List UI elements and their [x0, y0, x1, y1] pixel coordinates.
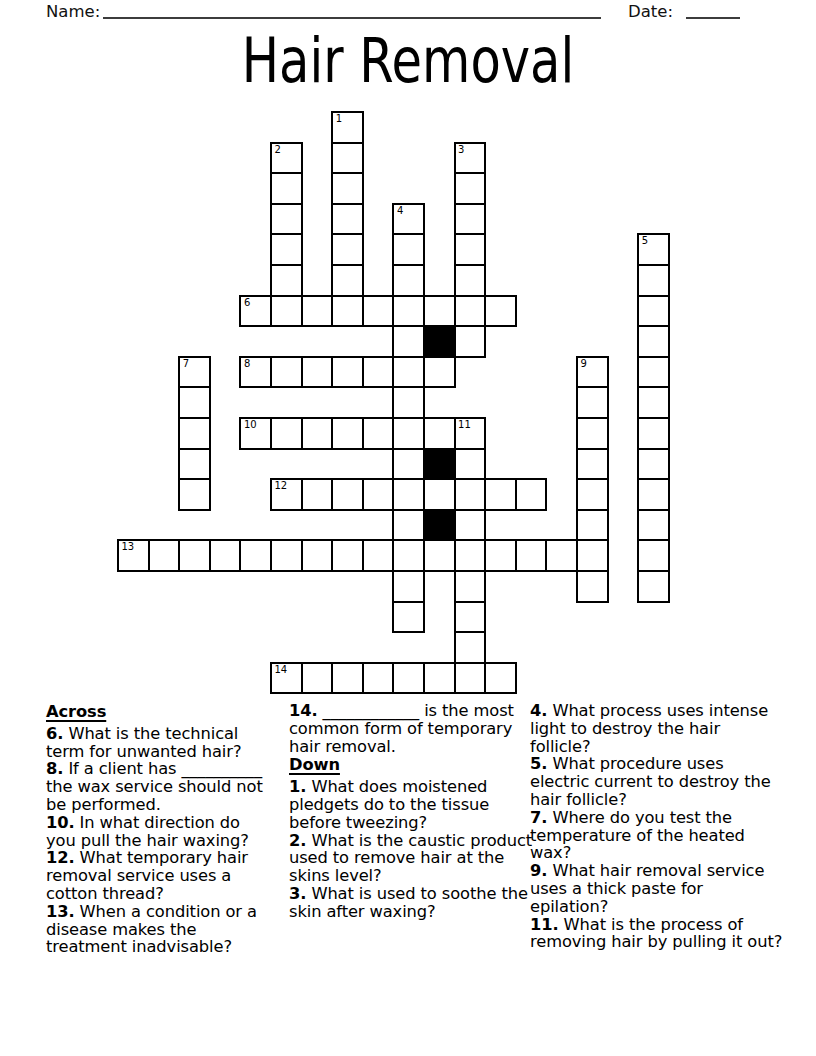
clue-14: 14. ____________ is the most common form…: [289, 702, 543, 755]
grid-cell[interactable]: [637, 478, 670, 511]
clue-number-label: 7.: [530, 808, 547, 827]
grid-cell[interactable]: [301, 478, 334, 511]
grid-cell[interactable]: 9: [576, 356, 609, 389]
grid-cell[interactable]: [362, 295, 395, 328]
grid-cell[interactable]: [331, 264, 364, 297]
grid-cell[interactable]: [484, 539, 517, 572]
grid-cell[interactable]: [270, 539, 303, 572]
grid-cell[interactable]: 13: [117, 539, 150, 572]
grid-cell[interactable]: 3: [454, 142, 487, 175]
grid-cell[interactable]: [270, 203, 303, 236]
grid-cell[interactable]: [576, 448, 609, 481]
grid-cell[interactable]: 11: [454, 417, 487, 450]
grid-cell[interactable]: [637, 539, 670, 572]
grid-cell[interactable]: [178, 448, 211, 481]
cell-number: 9: [581, 359, 587, 369]
clue-number-label: 3.: [289, 884, 306, 903]
grid-cell[interactable]: [454, 264, 487, 297]
cell-number: 8: [244, 359, 250, 369]
grid-cell[interactable]: [331, 142, 364, 175]
grid-cell[interactable]: [484, 662, 517, 695]
grid-cell[interactable]: [576, 509, 609, 542]
cell-number: 3: [458, 145, 464, 155]
clue-text: When a condition or a disease makes the …: [46, 902, 257, 957]
clue-number-label: 12.: [46, 848, 75, 867]
grid-cell[interactable]: [454, 539, 487, 572]
grid-cell[interactable]: [331, 295, 364, 328]
grid-cell[interactable]: 7: [178, 356, 211, 389]
grid-cell[interactable]: [392, 295, 425, 328]
grid-cell[interactable]: [423, 539, 456, 572]
clue-number-label: 11.: [530, 915, 559, 934]
cell-number: 1: [336, 114, 342, 124]
clue-text: If a client has __________ the wax servi…: [46, 759, 263, 814]
cell-number: 14: [275, 665, 288, 675]
grid-cell[interactable]: [637, 386, 670, 419]
grid-cell[interactable]: [392, 233, 425, 266]
grid-cell[interactable]: [331, 172, 364, 205]
grid-cell[interactable]: [178, 386, 211, 419]
grid-cell[interactable]: [454, 448, 487, 481]
grid-cell[interactable]: [392, 478, 425, 511]
grid-cell[interactable]: [423, 478, 456, 511]
clue-text: What is the caustic product used to remo…: [289, 831, 532, 886]
name-fill-line[interactable]: [103, 17, 601, 19]
grid-cell[interactable]: [362, 417, 395, 450]
clue-number-label: 9.: [530, 861, 547, 880]
date-label: Date:: [628, 2, 673, 21]
clue-number-label: 6.: [46, 724, 63, 743]
grid-cell[interactable]: [331, 417, 364, 450]
grid-cell[interactable]: [392, 325, 425, 358]
cell-number: 10: [244, 420, 257, 430]
clue-column-1: Across6. What is the technical term for …: [46, 702, 272, 956]
grid-cell[interactable]: [362, 478, 395, 511]
down-header: Down: [289, 756, 543, 774]
clue-number-label: 8.: [46, 759, 63, 778]
clue-3: 3. What is used to soothe the skin after…: [289, 885, 543, 921]
grid-cell[interactable]: [331, 356, 364, 389]
clue-8: 8. If a client has __________ the wax se…: [46, 760, 272, 813]
grid-cell[interactable]: [362, 662, 395, 695]
grid-cell[interactable]: [331, 539, 364, 572]
clue-12: 12. What temporary hair removal service …: [46, 849, 272, 902]
grid-cell[interactable]: [331, 203, 364, 236]
grid-cell[interactable]: [576, 570, 609, 603]
grid-cell[interactable]: [484, 478, 517, 511]
grid-cell[interactable]: [576, 417, 609, 450]
grid-cell[interactable]: [576, 478, 609, 511]
grid-cell[interactable]: [423, 295, 456, 328]
clue-number-label: 14.: [289, 701, 318, 720]
grid-cell[interactable]: [454, 509, 487, 542]
clue-number-label: 5.: [530, 754, 547, 773]
grid-cell[interactable]: [545, 539, 578, 572]
grid-black-cell: [423, 509, 456, 542]
grid-cell[interactable]: [331, 233, 364, 266]
grid-cell[interactable]: [454, 631, 487, 664]
clue-column-3: 4. What process uses intense light to de…: [530, 702, 784, 951]
clue-7: 7. Where do you test the temperature of …: [530, 809, 784, 862]
grid-cell[interactable]: [454, 325, 487, 358]
clue-9: 9. What hair removal service uses a thic…: [530, 862, 784, 915]
cell-number: 2: [275, 145, 281, 155]
grid-cell[interactable]: 8: [239, 356, 272, 389]
name-label: Name:: [46, 2, 100, 21]
clue-number-label: 10.: [46, 813, 75, 832]
grid-cell[interactable]: 14: [270, 662, 303, 695]
grid-cell[interactable]: [301, 295, 334, 328]
grid-black-cell: [423, 448, 456, 481]
grid-cell[interactable]: [637, 295, 670, 328]
grid-cell[interactable]: [392, 662, 425, 695]
grid-cell[interactable]: [178, 417, 211, 450]
clue-text: ____________ is the most common form of …: [289, 701, 514, 756]
grid-cell[interactable]: [423, 662, 456, 695]
cell-number: 5: [642, 236, 648, 246]
cell-number: 7: [183, 359, 189, 369]
grid-cell[interactable]: [637, 417, 670, 450]
grid-cell[interactable]: [423, 417, 456, 450]
clue-text: What temporary hair removal service uses…: [46, 848, 248, 903]
grid-cell[interactable]: [270, 417, 303, 450]
grid-cell[interactable]: [454, 233, 487, 266]
grid-cell[interactable]: [392, 448, 425, 481]
clue-5: 5. What procedure uses electric current …: [530, 755, 784, 808]
grid-cell[interactable]: 1: [331, 111, 364, 144]
grid-cell[interactable]: [576, 386, 609, 419]
grid-cell[interactable]: 12: [270, 478, 303, 511]
clue-column-2: 14. ____________ is the most common form…: [289, 702, 543, 921]
clue-number-label: 2.: [289, 831, 306, 850]
clue-4: 4. What process uses intense light to de…: [530, 702, 784, 755]
grid-cell[interactable]: [301, 539, 334, 572]
cell-number: 11: [458, 420, 471, 430]
clue-number-label: 1.: [289, 777, 306, 796]
grid-cell[interactable]: [637, 356, 670, 389]
clue-text: In what direction do you pull the hair w…: [46, 813, 249, 850]
grid-cell[interactable]: [392, 601, 425, 634]
worksheet-page: Name: Date: Hair Removal 123456789101112…: [0, 0, 816, 1056]
grid-cell[interactable]: 2: [270, 142, 303, 175]
grid-cell[interactable]: [515, 539, 548, 572]
clue-text: Where do you test the temperature of the…: [530, 808, 745, 863]
grid-cell[interactable]: [178, 478, 211, 511]
clue-text: What is the process of removing hair by …: [530, 915, 782, 952]
grid-cell[interactable]: 4: [392, 203, 425, 236]
grid-cell[interactable]: [301, 356, 334, 389]
grid-cell[interactable]: 6: [239, 295, 272, 328]
grid-cell[interactable]: [423, 356, 456, 389]
grid-cell[interactable]: [392, 539, 425, 572]
clue-10: 10. In what direction do you pull the ha…: [46, 814, 272, 850]
grid-cell[interactable]: [392, 264, 425, 297]
grid-cell[interactable]: [331, 478, 364, 511]
grid-cell[interactable]: [270, 172, 303, 205]
grid-cell[interactable]: [239, 539, 272, 572]
grid-cell[interactable]: [454, 662, 487, 695]
grid-cell[interactable]: [454, 295, 487, 328]
clue-6: 6. What is the technical term for unwant…: [46, 725, 272, 761]
cell-number: 6: [244, 298, 250, 308]
grid-cell[interactable]: [270, 264, 303, 297]
clue-text: What is the technical term for unwanted …: [46, 724, 241, 761]
grid-cell[interactable]: [637, 448, 670, 481]
clue-text: What procedure uses electric current to …: [530, 754, 771, 809]
grid-cell[interactable]: [454, 478, 487, 511]
grid-cell[interactable]: [484, 295, 517, 328]
grid-cell[interactable]: [454, 570, 487, 603]
grid-cell[interactable]: [270, 295, 303, 328]
crossword-grid: 1234567891011121314: [117, 111, 673, 697]
grid-cell[interactable]: [392, 509, 425, 542]
grid-cell[interactable]: [637, 570, 670, 603]
grid-cell[interactable]: [454, 203, 487, 236]
grid-cell[interactable]: [270, 356, 303, 389]
grid-cell[interactable]: [209, 539, 242, 572]
clue-11: 11. What is the process of removing hair…: [530, 916, 784, 952]
grid-cell[interactable]: [362, 356, 395, 389]
grid-cell[interactable]: [392, 417, 425, 450]
clue-number-label: 4.: [530, 701, 547, 720]
grid-cell[interactable]: [148, 539, 181, 572]
cell-number: 13: [122, 542, 135, 552]
grid-cell[interactable]: [454, 601, 487, 634]
clue-number-label: 13.: [46, 902, 75, 921]
grid-cell[interactable]: [392, 386, 425, 419]
grid-cell[interactable]: [392, 570, 425, 603]
grid-cell[interactable]: [331, 662, 364, 695]
clue-text: What hair removal service uses a thick p…: [530, 861, 764, 916]
grid-cell[interactable]: [392, 356, 425, 389]
grid-cell[interactable]: [637, 264, 670, 297]
puzzle-title: Hair Removal: [82, 30, 735, 92]
grid-cell[interactable]: [301, 417, 334, 450]
grid-black-cell: [423, 325, 456, 358]
across-header: Across: [46, 703, 272, 721]
clue-13: 13. When a condition or a disease makes …: [46, 903, 272, 956]
clue-text: What does moistened pledgets do to the t…: [289, 777, 489, 832]
grid-cell[interactable]: [270, 233, 303, 266]
cell-number: 12: [275, 481, 288, 491]
cell-number: 4: [397, 206, 403, 216]
grid-cell[interactable]: [576, 539, 609, 572]
grid-cell[interactable]: [637, 509, 670, 542]
clue-1: 1. What does moistened pledgets do to th…: [289, 778, 543, 831]
grid-cell[interactable]: [178, 539, 211, 572]
clue-text: What process uses intense light to destr…: [530, 701, 768, 756]
grid-cell[interactable]: [301, 662, 334, 695]
grid-cell[interactable]: [515, 478, 548, 511]
date-fill-line[interactable]: [686, 17, 740, 19]
grid-cell[interactable]: [637, 325, 670, 358]
clue-text: What is used to soothe the skin after wa…: [289, 884, 528, 921]
grid-cell[interactable]: [454, 172, 487, 205]
clue-2: 2. What is the caustic product used to r…: [289, 832, 543, 885]
grid-cell[interactable]: 10: [239, 417, 272, 450]
grid-cell[interactable]: 5: [637, 233, 670, 266]
grid-cell[interactable]: [362, 539, 395, 572]
